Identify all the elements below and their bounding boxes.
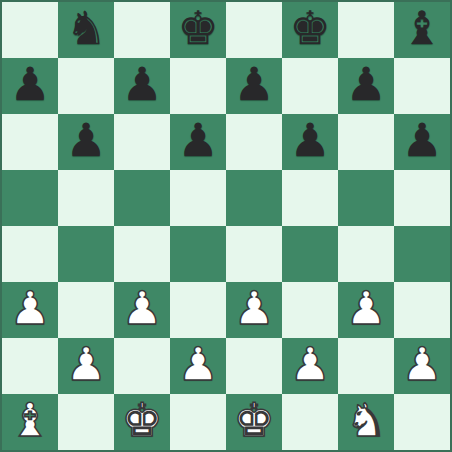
- white-pawn-g3[interactable]: ♟: [345, 285, 386, 331]
- white-pawn-f2[interactable]: ♟: [289, 341, 330, 387]
- white-pawn-d2[interactable]: ♟: [177, 341, 218, 387]
- square-d4[interactable]: [170, 226, 226, 282]
- square-e8[interactable]: [226, 2, 282, 58]
- square-g7[interactable]: ♟: [338, 58, 394, 114]
- black-pawn-c7[interactable]: ♟: [121, 61, 162, 107]
- square-f4[interactable]: [282, 226, 338, 282]
- square-a7[interactable]: ♟: [2, 58, 58, 114]
- square-c6[interactable]: [114, 114, 170, 170]
- square-h3[interactable]: [394, 282, 450, 338]
- square-c2[interactable]: [114, 338, 170, 394]
- square-c4[interactable]: [114, 226, 170, 282]
- square-a5[interactable]: [2, 170, 58, 226]
- square-g2[interactable]: [338, 338, 394, 394]
- square-b4[interactable]: [58, 226, 114, 282]
- black-pawn-a7[interactable]: ♟: [9, 61, 50, 107]
- square-f3[interactable]: [282, 282, 338, 338]
- square-b1[interactable]: [58, 394, 114, 450]
- square-c8[interactable]: [114, 2, 170, 58]
- white-pawn-h2[interactable]: ♟: [401, 341, 442, 387]
- square-h1[interactable]: [394, 394, 450, 450]
- square-c3[interactable]: ♟: [114, 282, 170, 338]
- square-b6[interactable]: ♟: [58, 114, 114, 170]
- black-pawn-e7[interactable]: ♟: [233, 61, 274, 107]
- white-pawn-e3[interactable]: ♟: [233, 285, 274, 331]
- white-pawn-a3[interactable]: ♟: [9, 285, 50, 331]
- square-h7[interactable]: [394, 58, 450, 114]
- square-e6[interactable]: [226, 114, 282, 170]
- square-d2[interactable]: ♟: [170, 338, 226, 394]
- square-g8[interactable]: [338, 2, 394, 58]
- square-a6[interactable]: [2, 114, 58, 170]
- square-a8[interactable]: [2, 2, 58, 58]
- square-b5[interactable]: [58, 170, 114, 226]
- square-d7[interactable]: [170, 58, 226, 114]
- chess-board: ♞♚♚♝♟♟♟♟♟♟♟♟♟♟♟♟♟♟♟♟♝♚♚♞: [0, 0, 452, 452]
- square-g6[interactable]: [338, 114, 394, 170]
- square-d3[interactable]: [170, 282, 226, 338]
- square-f1[interactable]: [282, 394, 338, 450]
- square-f6[interactable]: ♟: [282, 114, 338, 170]
- square-e5[interactable]: [226, 170, 282, 226]
- square-f8[interactable]: ♚: [282, 2, 338, 58]
- black-bishop-h8[interactable]: ♝: [401, 5, 442, 51]
- square-f7[interactable]: [282, 58, 338, 114]
- black-pawn-g7[interactable]: ♟: [345, 61, 386, 107]
- square-h2[interactable]: ♟: [394, 338, 450, 394]
- square-h5[interactable]: [394, 170, 450, 226]
- square-h6[interactable]: ♟: [394, 114, 450, 170]
- square-d5[interactable]: [170, 170, 226, 226]
- square-b2[interactable]: ♟: [58, 338, 114, 394]
- square-d6[interactable]: ♟: [170, 114, 226, 170]
- black-knight-b8[interactable]: ♞: [65, 5, 106, 51]
- square-b8[interactable]: ♞: [58, 2, 114, 58]
- square-d8[interactable]: ♚: [170, 2, 226, 58]
- square-c5[interactable]: [114, 170, 170, 226]
- square-g3[interactable]: ♟: [338, 282, 394, 338]
- black-pawn-f6[interactable]: ♟: [289, 117, 330, 163]
- white-bishop-a1[interactable]: ♝: [9, 397, 50, 443]
- square-e3[interactable]: ♟: [226, 282, 282, 338]
- square-g1[interactable]: ♞: [338, 394, 394, 450]
- square-e2[interactable]: [226, 338, 282, 394]
- black-king-f8[interactable]: ♚: [289, 5, 330, 51]
- white-pawn-b2[interactable]: ♟: [65, 341, 106, 387]
- square-g4[interactable]: [338, 226, 394, 282]
- white-king-e1[interactable]: ♚: [233, 397, 274, 443]
- square-h8[interactable]: ♝: [394, 2, 450, 58]
- square-f5[interactable]: [282, 170, 338, 226]
- black-pawn-h6[interactable]: ♟: [401, 117, 442, 163]
- white-king-c1[interactable]: ♚: [121, 397, 162, 443]
- square-f2[interactable]: ♟: [282, 338, 338, 394]
- square-a3[interactable]: ♟: [2, 282, 58, 338]
- square-e1[interactable]: ♚: [226, 394, 282, 450]
- square-a2[interactable]: [2, 338, 58, 394]
- white-knight-g1[interactable]: ♞: [345, 397, 386, 443]
- square-d1[interactable]: [170, 394, 226, 450]
- square-e4[interactable]: [226, 226, 282, 282]
- square-b7[interactable]: [58, 58, 114, 114]
- square-g5[interactable]: [338, 170, 394, 226]
- black-pawn-b6[interactable]: ♟: [65, 117, 106, 163]
- square-h4[interactable]: [394, 226, 450, 282]
- square-c1[interactable]: ♚: [114, 394, 170, 450]
- white-pawn-c3[interactable]: ♟: [121, 285, 162, 331]
- black-pawn-d6[interactable]: ♟: [177, 117, 218, 163]
- square-a4[interactable]: [2, 226, 58, 282]
- square-e7[interactable]: ♟: [226, 58, 282, 114]
- square-c7[interactable]: ♟: [114, 58, 170, 114]
- black-king-d8[interactable]: ♚: [177, 5, 218, 51]
- square-a1[interactable]: ♝: [2, 394, 58, 450]
- square-b3[interactable]: [58, 282, 114, 338]
